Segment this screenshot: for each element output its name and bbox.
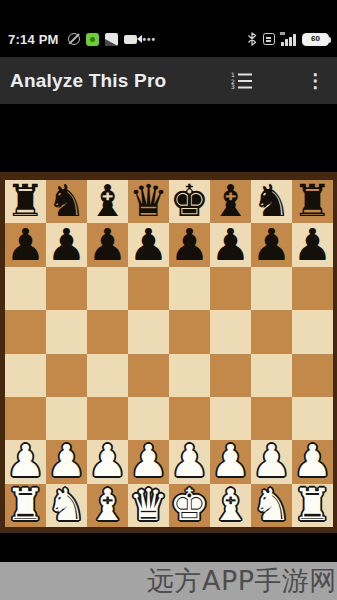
square-c3[interactable] [87,397,128,440]
square-a5[interactable] [5,310,46,353]
square-e5[interactable] [169,310,210,353]
square-f3[interactable] [210,397,251,440]
square-g8[interactable]: ♞ [251,180,292,223]
square-h1[interactable]: ♜ [292,484,333,527]
square-b5[interactable] [46,310,87,353]
volte-icon [263,33,275,45]
square-h6[interactable] [292,267,333,310]
battery-icon: 60 [302,33,329,46]
square-b8[interactable]: ♞ [46,180,87,223]
square-h3[interactable] [292,397,333,440]
svg-text:3: 3 [231,83,235,89]
square-f4[interactable] [210,354,251,397]
square-d5[interactable] [128,310,169,353]
bluetooth-icon [247,32,257,46]
square-g6[interactable] [251,267,292,310]
more-status-icon: ••• [143,34,157,45]
piece-black-rook[interactable]: ♜ [6,179,45,222]
chess-board-frame: ♜♞♝♛♚♝♞♜♟♟♟♟♟♟♟♟♟♟♟♟♟♟♟♟♜♞♝♛♚♝♞♜ [0,172,337,533]
square-h4[interactable] [292,354,333,397]
piece-black-pawn[interactable]: ♟ [129,223,168,266]
square-g1[interactable]: ♞ [251,484,292,527]
square-d1[interactable]: ♛ [128,484,169,527]
piece-white-pawn[interactable]: ♟ [252,439,291,482]
video-camera-icon [124,35,137,44]
square-c7[interactable]: ♟ [87,223,128,266]
status-bar-right: 60 [247,32,329,46]
square-b1[interactable]: ♞ [46,484,87,527]
square-b3[interactable] [46,397,87,440]
piece-black-bishop[interactable]: ♝ [88,179,127,222]
piece-white-king[interactable]: ♚ [170,483,209,526]
piece-white-pawn[interactable]: ♟ [211,439,250,482]
piece-black-pawn[interactable]: ♟ [6,223,45,266]
piece-black-knight[interactable]: ♞ [47,179,86,222]
piece-black-rook[interactable]: ♜ [293,179,332,222]
piece-white-bishop[interactable]: ♝ [88,483,127,526]
square-a7[interactable]: ♟ [5,223,46,266]
square-c1[interactable]: ♝ [87,484,128,527]
square-e6[interactable] [169,267,210,310]
status-bar-left: 7:14 PM ••• [8,32,156,47]
square-f7[interactable]: ♟ [210,223,251,266]
square-e7[interactable]: ♟ [169,223,210,266]
square-g3[interactable] [251,397,292,440]
square-b7[interactable]: ♟ [46,223,87,266]
screen-record-icon [86,33,99,46]
piece-black-pawn[interactable]: ♟ [170,223,209,266]
piece-white-pawn[interactable]: ♟ [47,439,86,482]
square-g7[interactable]: ♟ [251,223,292,266]
square-b2[interactable]: ♟ [46,440,87,483]
square-f1[interactable]: ♝ [210,484,251,527]
square-e3[interactable] [169,397,210,440]
piece-white-knight[interactable]: ♞ [47,483,86,526]
screenshot-icon [105,33,118,46]
piece-black-queen[interactable]: ♛ [129,179,168,222]
square-d2[interactable]: ♟ [128,440,169,483]
watermark-bar: 远方APP手游网 [0,562,337,600]
piece-black-pawn[interactable]: ♟ [88,223,127,266]
square-a8[interactable]: ♜ [5,180,46,223]
phone-screen: 7:14 PM ••• 60 Analyze This Pro [0,0,337,600]
piece-white-rook[interactable]: ♜ [6,483,45,526]
square-c5[interactable] [87,310,128,353]
square-f6[interactable] [210,267,251,310]
square-a4[interactable] [5,354,46,397]
status-bar: 7:14 PM ••• 60 [0,24,337,54]
square-f8[interactable]: ♝ [210,180,251,223]
square-c4[interactable] [87,354,128,397]
signal-bars-icon [281,32,296,46]
status-time: 7:14 PM [8,32,59,47]
piece-black-pawn[interactable]: ♟ [293,223,332,266]
square-e4[interactable] [169,354,210,397]
square-a3[interactable] [5,397,46,440]
square-c8[interactable]: ♝ [87,180,128,223]
square-d7[interactable]: ♟ [128,223,169,266]
app-toolbar: Analyze This Pro 1 2 3 ⋮ [0,57,337,104]
piece-white-pawn[interactable]: ♟ [129,439,168,482]
piece-white-pawn[interactable]: ♟ [6,439,45,482]
piece-black-pawn[interactable]: ♟ [252,223,291,266]
piece-white-queen[interactable]: ♛ [129,483,168,526]
app-title: Analyze This Pro [10,70,166,92]
toolbar-icons: 1 2 3 ⋮ [231,71,325,90]
piece-white-rook[interactable]: ♜ [293,483,332,526]
square-c6[interactable] [87,267,128,310]
watermark-text: 远方APP手游网 [147,562,337,600]
square-b6[interactable] [46,267,87,310]
muted-alarm-icon [68,33,80,45]
square-h7[interactable]: ♟ [292,223,333,266]
square-a2[interactable]: ♟ [5,440,46,483]
square-g4[interactable] [251,354,292,397]
square-h8[interactable]: ♜ [292,180,333,223]
piece-black-pawn[interactable]: ♟ [47,223,86,266]
square-h2[interactable]: ♟ [292,440,333,483]
square-d3[interactable] [128,397,169,440]
piece-black-knight[interactable]: ♞ [252,179,291,222]
chess-board: ♜♞♝♛♚♝♞♜♟♟♟♟♟♟♟♟♟♟♟♟♟♟♟♟♜♞♝♛♚♝♞♜ [5,180,333,527]
piece-white-pawn[interactable]: ♟ [170,439,209,482]
piece-black-king[interactable]: ♚ [170,179,209,222]
square-c2[interactable]: ♟ [87,440,128,483]
square-g5[interactable] [251,310,292,353]
square-f2[interactable]: ♟ [210,440,251,483]
battery-level: 60 [311,35,320,43]
square-d6[interactable] [128,267,169,310]
grid-view-icon[interactable] [271,73,287,89]
square-a6[interactable] [5,267,46,310]
move-list-icon[interactable]: 1 2 3 [231,72,252,89]
piece-white-knight[interactable]: ♞ [252,483,291,526]
piece-white-bishop[interactable]: ♝ [211,483,250,526]
square-b4[interactable] [46,354,87,397]
square-e2[interactable]: ♟ [169,440,210,483]
square-e8[interactable]: ♚ [169,180,210,223]
square-e1[interactable]: ♚ [169,484,210,527]
square-d8[interactable]: ♛ [128,180,169,223]
piece-black-pawn[interactable]: ♟ [211,223,250,266]
piece-white-pawn[interactable]: ♟ [293,439,332,482]
square-a1[interactable]: ♜ [5,484,46,527]
square-d4[interactable] [128,354,169,397]
square-f5[interactable] [210,310,251,353]
piece-black-bishop[interactable]: ♝ [211,179,250,222]
square-g2[interactable]: ♟ [251,440,292,483]
piece-white-pawn[interactable]: ♟ [88,439,127,482]
overflow-menu-icon[interactable]: ⋮ [306,71,325,90]
square-h5[interactable] [292,310,333,353]
